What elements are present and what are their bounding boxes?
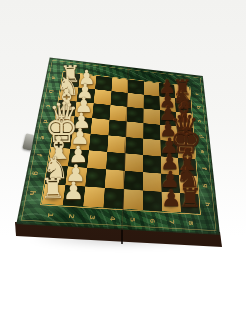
square-e1 (51, 130, 72, 148)
rank-label-4: 4 (109, 214, 117, 222)
file-label-left-a: a (50, 75, 57, 81)
file-label-left-f: f (35, 151, 44, 158)
square-e2 (70, 132, 90, 150)
square-c1 (57, 100, 77, 117)
square-c3 (92, 103, 110, 119)
square-g2 (65, 166, 87, 186)
square-e3 (89, 134, 109, 152)
square-g4 (105, 169, 125, 189)
square-h4 (103, 188, 124, 209)
rank-label-2: 2 (67, 212, 76, 221)
chessboard: 12345678aabbccddeeffgghh (16, 58, 220, 235)
square-h1 (42, 184, 66, 205)
right-half-shade (123, 67, 220, 235)
file-label-left-c: c (45, 103, 53, 109)
square-h2 (63, 185, 86, 206)
file-label-left-g: g (32, 170, 41, 178)
file-label-left-b: b (47, 89, 55, 95)
file-label-left-d: d (42, 118, 50, 125)
file-label-left-h: h (28, 189, 37, 197)
square-c2 (75, 102, 94, 119)
square-f1 (48, 147, 70, 166)
file-label-left-e: e (39, 134, 47, 141)
square-d1 (54, 115, 74, 132)
rank-label-3: 3 (88, 213, 96, 221)
chess-set-photo: 12345678aabbccddeeffgghh ♜♞♝♛♚♝♞♜♟♟♟♟♟♟♟… (0, 0, 246, 328)
rank-label-1: 1 (46, 211, 55, 220)
square-g3 (85, 168, 106, 188)
square-g1 (45, 165, 68, 185)
square-d3 (91, 118, 110, 135)
square-f2 (68, 149, 89, 168)
square-h3 (83, 187, 105, 208)
square-d2 (72, 116, 92, 133)
square-f3 (87, 150, 107, 169)
